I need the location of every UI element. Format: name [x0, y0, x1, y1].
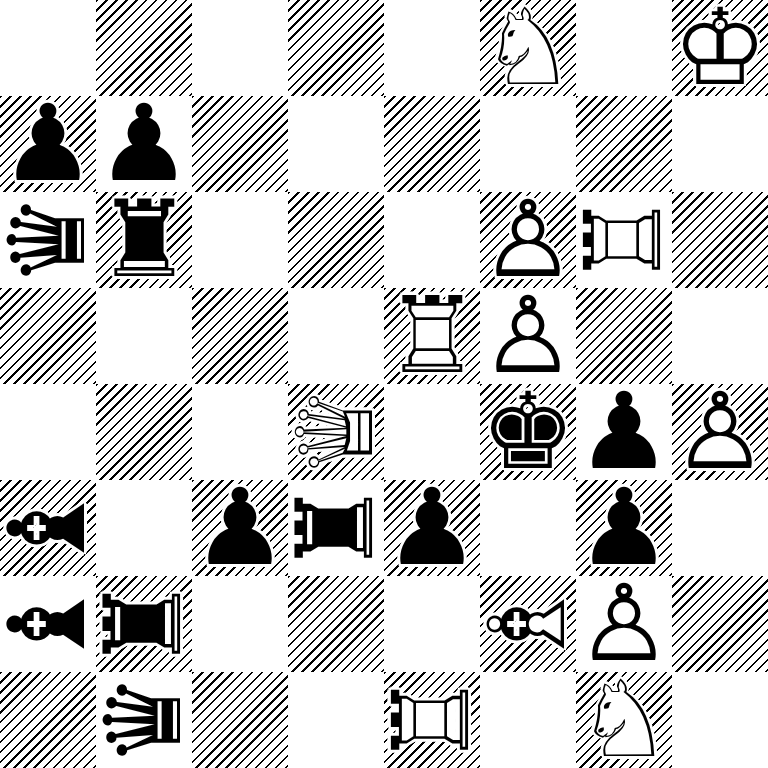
- square-a6[interactable]: ♛: [0, 192, 96, 288]
- square-a4[interactable]: [0, 384, 96, 480]
- square-d5[interactable]: [288, 288, 384, 384]
- square-d7[interactable]: [288, 96, 384, 192]
- square-f3[interactable]: [480, 480, 576, 576]
- white-knight-outline: ♘: [480, 0, 576, 96]
- square-b4[interactable]: [96, 384, 192, 480]
- square-c8[interactable]: [192, 0, 288, 96]
- black-pawn-glyph: ♟: [384, 480, 480, 576]
- square-c7[interactable]: [192, 96, 288, 192]
- black-queen-glyph: ♛: [0, 192, 96, 288]
- square-c2[interactable]: [192, 576, 288, 672]
- piece-white-knight-f8[interactable]: ♞♘: [480, 0, 576, 96]
- square-e7[interactable]: [384, 96, 480, 192]
- piece-white-king-h8[interactable]: ♚♔: [672, 0, 768, 96]
- square-b5[interactable]: [96, 288, 192, 384]
- square-b1[interactable]: ♛: [96, 672, 192, 768]
- square-g6[interactable]: ♜♖: [576, 192, 672, 288]
- square-e8[interactable]: [384, 0, 480, 96]
- square-h6[interactable]: [672, 192, 768, 288]
- square-h4[interactable]: ♟♙: [672, 384, 768, 480]
- square-b3[interactable]: [96, 480, 192, 576]
- piece-black-rook-b6[interactable]: ♜: [96, 192, 192, 288]
- square-e1[interactable]: ♜♖: [384, 672, 480, 768]
- piece-white-queen-d4[interactable]: ♛♕: [288, 384, 384, 480]
- piece-black-king-f4[interactable]: ♚: [480, 384, 576, 480]
- black-king-glyph: ♚: [480, 384, 576, 480]
- square-c1[interactable]: [192, 672, 288, 768]
- piece-black-queen-b1[interactable]: ♛: [96, 672, 192, 768]
- square-b2[interactable]: ♜: [96, 576, 192, 672]
- white-knight-outline: ♘: [576, 672, 672, 768]
- piece-white-rook-g6[interactable]: ♜♖: [576, 192, 672, 288]
- white-rook-outline: ♖: [384, 672, 480, 768]
- piece-white-rook-e5[interactable]: ♜♖: [384, 288, 480, 384]
- square-d4[interactable]: ♛♕: [288, 384, 384, 480]
- square-f1[interactable]: [480, 672, 576, 768]
- square-d8[interactable]: [288, 0, 384, 96]
- square-d2[interactable]: [288, 576, 384, 672]
- square-b6[interactable]: ♜: [96, 192, 192, 288]
- black-queen-glyph: ♛: [96, 672, 192, 768]
- square-e3[interactable]: ♟: [384, 480, 480, 576]
- piece-black-rook-b2[interactable]: ♜: [96, 576, 192, 672]
- white-bishop-outline: ♗: [480, 576, 576, 672]
- square-g1[interactable]: ♞♘: [576, 672, 672, 768]
- white-pawn-outline: ♙: [672, 384, 768, 480]
- square-a7[interactable]: ♟: [0, 96, 96, 192]
- piece-black-pawn-a7[interactable]: ♟: [0, 96, 96, 192]
- square-g8[interactable]: [576, 0, 672, 96]
- square-h1[interactable]: [672, 672, 768, 768]
- square-h2[interactable]: [672, 576, 768, 672]
- square-e5[interactable]: ♜♖: [384, 288, 480, 384]
- white-queen-outline: ♕: [288, 384, 384, 480]
- square-a5[interactable]: [0, 288, 96, 384]
- piece-white-pawn-h4[interactable]: ♟♙: [672, 384, 768, 480]
- piece-black-queen-a6[interactable]: ♛: [0, 192, 96, 288]
- piece-black-rook-d3[interactable]: ♜: [288, 480, 384, 576]
- piece-white-knight-g1[interactable]: ♞♘: [576, 672, 672, 768]
- square-d3[interactable]: ♜: [288, 480, 384, 576]
- square-h8[interactable]: ♚♔: [672, 0, 768, 96]
- white-rook-outline: ♖: [384, 288, 480, 384]
- square-f4[interactable]: ♚: [480, 384, 576, 480]
- black-rook-glyph: ♜: [96, 192, 192, 288]
- white-king-outline: ♔: [672, 0, 768, 96]
- square-h3[interactable]: [672, 480, 768, 576]
- square-c5[interactable]: [192, 288, 288, 384]
- square-h7[interactable]: [672, 96, 768, 192]
- square-d6[interactable]: [288, 192, 384, 288]
- chess-board: ♞♘♚♔♟♟♛♜♟♙♜♖♜♖♟♙♛♕♚♟♟♙♝♟♜♟♟♝♜♝♗♟♙♛♜♖♞♘: [0, 0, 768, 768]
- square-c6[interactable]: [192, 192, 288, 288]
- black-rook-glyph: ♜: [96, 576, 192, 672]
- piece-black-bishop-a3[interactable]: ♝: [0, 480, 96, 576]
- square-a3[interactable]: ♝: [0, 480, 96, 576]
- square-f8[interactable]: ♞♘: [480, 0, 576, 96]
- square-f2[interactable]: ♝♗: [480, 576, 576, 672]
- black-pawn-glyph: ♟: [0, 96, 96, 192]
- piece-white-bishop-f2[interactable]: ♝♗: [480, 576, 576, 672]
- piece-white-rook-e1[interactable]: ♜♖: [384, 672, 480, 768]
- piece-black-pawn-e3[interactable]: ♟: [384, 480, 480, 576]
- black-rook-glyph: ♜: [288, 480, 384, 576]
- black-bishop-glyph: ♝: [0, 480, 96, 576]
- white-rook-outline: ♖: [576, 192, 672, 288]
- square-g7[interactable]: [576, 96, 672, 192]
